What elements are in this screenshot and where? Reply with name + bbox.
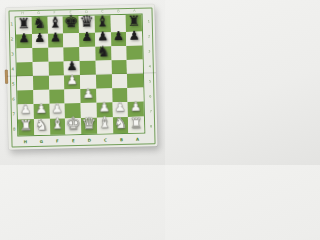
square-H2[interactable]: ♟ xyxy=(16,34,32,48)
square-A2[interactable]: ♟ xyxy=(126,31,142,45)
white-pawn[interactable]: ♟ xyxy=(36,103,47,116)
white-pawn[interactable]: ♟ xyxy=(51,103,62,116)
square-G2[interactable]: ♟ xyxy=(32,33,48,47)
white-pawn[interactable]: ♟ xyxy=(83,88,94,101)
square-H8[interactable]: ♜ xyxy=(18,119,34,136)
white-bishop[interactable]: ♝ xyxy=(98,116,112,131)
black-rook[interactable]: ♜ xyxy=(17,16,30,30)
square-D8[interactable]: ♛ xyxy=(81,117,97,134)
black-knight[interactable]: ♞ xyxy=(33,16,46,31)
white-queen[interactable]: ♛ xyxy=(82,115,97,131)
square-D6[interactable]: ♟ xyxy=(80,89,96,103)
white-knight[interactable]: ♞ xyxy=(35,117,48,132)
square-F3[interactable] xyxy=(48,47,64,62)
square-B2[interactable]: ♟ xyxy=(110,31,126,45)
black-pawn[interactable]: ♟ xyxy=(113,30,124,43)
square-D3[interactable] xyxy=(79,46,95,61)
square-H5[interactable] xyxy=(17,76,33,90)
white-knight[interactable]: ♞ xyxy=(114,115,127,130)
square-B5[interactable] xyxy=(111,74,127,88)
white-bishop[interactable]: ♝ xyxy=(51,117,65,132)
square-H3[interactable] xyxy=(16,48,32,63)
black-knight[interactable]: ♞ xyxy=(96,44,109,59)
black-pawn[interactable]: ♟ xyxy=(18,32,29,45)
black-pawn[interactable]: ♟ xyxy=(128,30,139,43)
square-C3[interactable]: ♞ xyxy=(95,46,111,61)
square-E8[interactable]: ♚ xyxy=(65,118,81,135)
black-king[interactable]: ♚ xyxy=(63,14,78,31)
square-A3[interactable] xyxy=(127,45,143,60)
square-C5[interactable] xyxy=(96,75,112,89)
white-pawn[interactable]: ♟ xyxy=(66,74,77,87)
square-G5[interactable] xyxy=(33,76,49,90)
square-E1[interactable]: ♚ xyxy=(63,16,79,33)
square-B8[interactable]: ♞ xyxy=(112,116,128,133)
black-pawn[interactable]: ♟ xyxy=(97,31,108,44)
square-G8[interactable]: ♞ xyxy=(34,118,50,135)
square-E5[interactable]: ♟ xyxy=(64,75,80,89)
black-bishop[interactable]: ♝ xyxy=(48,15,62,30)
square-C8[interactable]: ♝ xyxy=(97,117,113,134)
black-pawn[interactable]: ♟ xyxy=(50,32,61,45)
black-rook[interactable]: ♜ xyxy=(127,14,140,28)
travel-chess-set: HGFEDCBA 12345678 12345678 HGFEDCBA ♜♞♝♚… xyxy=(5,4,157,149)
white-pawn[interactable]: ♟ xyxy=(130,101,141,114)
square-B3[interactable] xyxy=(111,46,127,61)
white-king[interactable]: ♚ xyxy=(66,116,81,133)
square-E2[interactable] xyxy=(63,33,79,47)
square-F8[interactable]: ♝ xyxy=(49,118,65,135)
square-F2[interactable]: ♟ xyxy=(47,33,63,47)
square-D2[interactable]: ♟ xyxy=(79,32,95,46)
white-pawn[interactable]: ♟ xyxy=(99,102,110,115)
square-A8[interactable]: ♜ xyxy=(128,116,144,133)
square-F5[interactable] xyxy=(48,76,64,90)
white-pawn[interactable]: ♟ xyxy=(20,103,31,116)
black-pawn[interactable]: ♟ xyxy=(66,60,77,73)
white-pawn[interactable]: ♟ xyxy=(114,101,125,114)
black-bishop[interactable]: ♝ xyxy=(95,14,109,29)
square-G3[interactable] xyxy=(32,47,48,62)
black-pawn[interactable]: ♟ xyxy=(81,31,92,44)
white-rook[interactable]: ♜ xyxy=(20,118,33,132)
white-rook[interactable]: ♜ xyxy=(130,115,143,129)
black-pawn[interactable]: ♟ xyxy=(34,32,45,45)
black-queen[interactable]: ♛ xyxy=(79,14,94,30)
square-E6[interactable] xyxy=(65,89,81,103)
square-A5[interactable] xyxy=(127,74,143,88)
